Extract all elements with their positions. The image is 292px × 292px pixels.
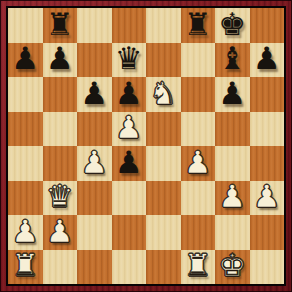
square-h5[interactable]: [250, 112, 285, 147]
square-h8[interactable]: [250, 8, 285, 43]
square-g7[interactable]: ♝: [215, 43, 250, 78]
black-pawn[interactable]: ♟: [115, 78, 143, 109]
white-queen[interactable]: ♛: [46, 181, 74, 212]
square-f7[interactable]: [181, 43, 216, 78]
square-e1[interactable]: [146, 250, 181, 285]
square-a4[interactable]: [8, 146, 43, 181]
square-a7[interactable]: ♟: [8, 43, 43, 78]
chess-board: ♜♜♚♟♟♛♝♟♟♟♞♟♟♟♟♟♛♟♟♟♟♜♜♚: [8, 8, 284, 284]
square-d6[interactable]: ♟: [112, 77, 147, 112]
square-a6[interactable]: [8, 77, 43, 112]
square-f1[interactable]: ♜: [181, 250, 216, 285]
black-queen[interactable]: ♛: [115, 43, 143, 74]
white-pawn[interactable]: ♟: [184, 147, 212, 178]
square-c5[interactable]: [77, 112, 112, 147]
square-c8[interactable]: [77, 8, 112, 43]
square-c3[interactable]: [77, 181, 112, 216]
square-d3[interactable]: [112, 181, 147, 216]
white-pawn[interactable]: ♟: [253, 181, 281, 212]
black-pawn[interactable]: ♟: [115, 147, 143, 178]
square-d5[interactable]: ♟: [112, 112, 147, 147]
square-f8[interactable]: ♜: [181, 8, 216, 43]
white-king[interactable]: ♚: [218, 250, 246, 281]
square-c2[interactable]: [77, 215, 112, 250]
square-g2[interactable]: [215, 215, 250, 250]
board-inner-border: ♜♜♚♟♟♛♝♟♟♟♞♟♟♟♟♟♛♟♟♟♟♜♜♚: [6, 6, 286, 286]
square-h4[interactable]: [250, 146, 285, 181]
square-b7[interactable]: ♟: [43, 43, 78, 78]
white-pawn[interactable]: ♟: [11, 216, 39, 247]
board-frame: ♜♜♚♟♟♛♝♟♟♟♞♟♟♟♟♟♛♟♟♟♟♜♜♚: [0, 0, 292, 292]
square-d8[interactable]: [112, 8, 147, 43]
square-b2[interactable]: ♟: [43, 215, 78, 250]
square-c7[interactable]: [77, 43, 112, 78]
square-d1[interactable]: [112, 250, 147, 285]
square-g1[interactable]: ♚: [215, 250, 250, 285]
square-a8[interactable]: [8, 8, 43, 43]
square-f3[interactable]: [181, 181, 216, 216]
square-d4[interactable]: ♟: [112, 146, 147, 181]
square-e8[interactable]: [146, 8, 181, 43]
square-h6[interactable]: [250, 77, 285, 112]
square-f4[interactable]: ♟: [181, 146, 216, 181]
square-g8[interactable]: ♚: [215, 8, 250, 43]
black-bishop[interactable]: ♝: [218, 43, 246, 74]
square-d2[interactable]: [112, 215, 147, 250]
black-king[interactable]: ♚: [218, 9, 246, 40]
white-pawn[interactable]: ♟: [80, 147, 108, 178]
square-h2[interactable]: [250, 215, 285, 250]
square-b1[interactable]: [43, 250, 78, 285]
square-a1[interactable]: ♜: [8, 250, 43, 285]
black-pawn[interactable]: ♟: [80, 78, 108, 109]
square-c1[interactable]: [77, 250, 112, 285]
square-e2[interactable]: [146, 215, 181, 250]
square-a5[interactable]: [8, 112, 43, 147]
square-h7[interactable]: ♟: [250, 43, 285, 78]
square-b5[interactable]: [43, 112, 78, 147]
square-g6[interactable]: ♟: [215, 77, 250, 112]
square-e4[interactable]: [146, 146, 181, 181]
square-h1[interactable]: [250, 250, 285, 285]
square-b3[interactable]: ♛: [43, 181, 78, 216]
square-g5[interactable]: [215, 112, 250, 147]
square-e5[interactable]: [146, 112, 181, 147]
square-e6[interactable]: ♞: [146, 77, 181, 112]
square-g3[interactable]: ♟: [215, 181, 250, 216]
white-knight[interactable]: ♞: [149, 78, 177, 109]
square-a2[interactable]: ♟: [8, 215, 43, 250]
black-pawn[interactable]: ♟: [253, 43, 281, 74]
black-pawn[interactable]: ♟: [46, 43, 74, 74]
square-f5[interactable]: [181, 112, 216, 147]
white-pawn[interactable]: ♟: [46, 216, 74, 247]
white-rook[interactable]: ♜: [11, 250, 39, 281]
square-b6[interactable]: [43, 77, 78, 112]
square-b8[interactable]: ♜: [43, 8, 78, 43]
black-rook[interactable]: ♜: [184, 9, 212, 40]
white-pawn[interactable]: ♟: [115, 112, 143, 143]
square-e7[interactable]: [146, 43, 181, 78]
square-c4[interactable]: ♟: [77, 146, 112, 181]
black-rook[interactable]: ♜: [46, 9, 74, 40]
square-f2[interactable]: [181, 215, 216, 250]
white-pawn[interactable]: ♟: [218, 181, 246, 212]
square-h3[interactable]: ♟: [250, 181, 285, 216]
square-d7[interactable]: ♛: [112, 43, 147, 78]
square-e3[interactable]: [146, 181, 181, 216]
square-g4[interactable]: [215, 146, 250, 181]
square-f6[interactable]: [181, 77, 216, 112]
square-b4[interactable]: [43, 146, 78, 181]
black-pawn[interactable]: ♟: [218, 78, 246, 109]
square-a3[interactable]: [8, 181, 43, 216]
black-pawn[interactable]: ♟: [11, 43, 39, 74]
square-c6[interactable]: ♟: [77, 77, 112, 112]
white-rook[interactable]: ♜: [184, 250, 212, 281]
